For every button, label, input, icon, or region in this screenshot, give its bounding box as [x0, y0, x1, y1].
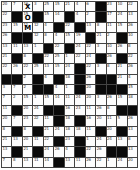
cell-r4c6[interactable]: 4	[54, 33, 64, 43]
cell-r16c13[interactable]: 20	[128, 158, 138, 168]
cell-number: 25	[55, 54, 60, 58]
cell-number: 3	[34, 2, 36, 6]
cell-number: 26	[97, 147, 102, 151]
cell-r14c2[interactable]: 13	[12, 137, 22, 147]
cell-number: 25	[44, 2, 49, 6]
cell-number: 13	[23, 158, 28, 162]
cell-r14c11[interactable]: 24	[107, 137, 117, 147]
cell-r6c8[interactable]: 22	[75, 54, 85, 64]
cell-number: 13	[65, 158, 70, 162]
cell-number: 26	[3, 33, 8, 37]
cell-number: 18	[128, 95, 133, 99]
cell-number: 22	[128, 54, 133, 58]
cell-number: 11	[76, 158, 81, 162]
cell-number: 10	[118, 2, 123, 6]
cell-number: 12	[34, 23, 39, 27]
cell-r5c4[interactable]: 1	[33, 44, 43, 54]
cell-number: 1	[34, 44, 36, 48]
cell-r13c6[interactable]: 24	[54, 127, 64, 137]
cell-r16c12[interactable]: 24	[117, 158, 127, 168]
cell-number: 20	[86, 85, 91, 89]
cell-number: 8	[3, 127, 5, 131]
cell-number: 2	[107, 33, 109, 37]
cell-number: 15	[55, 64, 60, 68]
cell-number: 16	[86, 116, 91, 120]
cell-number: 7	[13, 116, 15, 120]
cell-number: 11	[107, 116, 112, 120]
cell-number: 11	[34, 158, 39, 162]
cell-number: 22	[44, 54, 49, 58]
cell-number: 6	[86, 2, 88, 6]
cell-number: 22	[3, 64, 8, 68]
cell-number: 11	[86, 106, 91, 110]
cell-r12c4[interactable]: 22	[33, 116, 43, 126]
cell-number: 8	[128, 44, 130, 48]
black-cell	[54, 106, 64, 116]
cell-r12c3[interactable]: 23	[23, 116, 33, 126]
cell-number: 7	[13, 2, 15, 6]
given-letter: M	[23, 25, 32, 32]
cell-number: 24	[76, 44, 81, 48]
cell-number: 21	[23, 147, 28, 151]
cell-number: 1	[65, 85, 67, 89]
cell-number: 20	[3, 116, 8, 120]
black-cell	[75, 116, 85, 126]
cell-number: 15	[44, 95, 49, 99]
cell-number: 2	[13, 95, 15, 99]
cell-number: 22	[128, 2, 133, 6]
cell-r4c8[interactable]: 19	[75, 33, 85, 43]
cell-number: 15	[118, 95, 123, 99]
cell-number: 13	[128, 12, 133, 16]
cell-number: 8	[128, 137, 130, 141]
cell-number: 22	[97, 158, 102, 162]
cell-r16c3[interactable]: 13	[23, 158, 33, 168]
cell-r12c5[interactable]: 11	[44, 116, 54, 126]
cell-number: 23	[23, 116, 28, 120]
cell-number: 26	[55, 147, 60, 151]
cell-number: 15	[128, 85, 133, 89]
cell-number: 20	[128, 158, 133, 162]
cell-r1c4[interactable]: 3	[33, 2, 43, 12]
cell-number: 13	[23, 44, 28, 48]
cell-number: 24	[76, 95, 81, 99]
cell-number: 25	[34, 64, 39, 68]
cell-number: 10	[128, 33, 133, 37]
cell-r16c8[interactable]: 11	[75, 158, 85, 168]
cell-r2c6[interactable]: 14	[54, 12, 64, 22]
cell-number: 2	[86, 12, 88, 16]
cell-number: 21	[118, 75, 123, 79]
cell-number: 24	[34, 106, 39, 110]
cell-number: 8	[107, 64, 109, 68]
cell-r4c1[interactable]: 26	[2, 33, 12, 43]
cell-number: 26	[107, 54, 112, 58]
cell-number: 1	[65, 54, 67, 58]
black-cell	[107, 75, 117, 85]
cell-r8c5[interactable]: 4	[44, 75, 54, 85]
black-cell	[23, 33, 33, 43]
black-cell	[75, 137, 85, 147]
cell-r4c11[interactable]: 2	[107, 33, 117, 43]
cell-number: 7	[3, 158, 5, 162]
cell-r12c12[interactable]: 5	[117, 116, 127, 126]
cell-number: 11	[65, 95, 70, 99]
black-cell	[86, 33, 96, 43]
cell-r14c4[interactable]: 11	[33, 137, 43, 147]
cell-number: 22	[23, 64, 28, 68]
cell-number: 14	[55, 12, 60, 16]
cell-r12c9[interactable]: 16	[86, 116, 96, 126]
cell-number: 26	[118, 44, 123, 48]
cell-r4c5[interactable]: 8	[44, 33, 54, 43]
given-letter: X	[23, 4, 32, 11]
cell-number: 7	[13, 85, 15, 89]
codeword-grid: 20716X3251521462310222215O15144217241323…	[1, 1, 138, 168]
cell-number: 26	[13, 64, 18, 68]
cell-number: 24	[65, 64, 70, 68]
cell-number: 22	[44, 137, 49, 141]
cell-number: 22	[76, 54, 81, 58]
cell-r16c11[interactable]: 1	[107, 158, 117, 168]
cell-r5c2[interactable]: 11	[12, 44, 22, 54]
cell-number: 21	[44, 127, 49, 131]
cell-number: 22	[86, 64, 91, 68]
cell-r10c5[interactable]: 15	[44, 95, 54, 105]
cell-r3c3[interactable]: 11M	[23, 23, 33, 33]
cell-number: 20	[107, 127, 112, 131]
cell-number: 8	[97, 23, 99, 27]
cell-number: 20	[23, 106, 28, 110]
cell-number: 8	[107, 106, 109, 110]
cell-number: 13	[13, 137, 18, 141]
cell-number: 14	[44, 158, 49, 162]
black-cell	[12, 33, 22, 43]
black-cell	[117, 33, 127, 43]
cell-r1c7[interactable]: 21	[65, 2, 75, 12]
cell-number: 18	[65, 75, 70, 79]
cell-number: 21	[118, 64, 123, 68]
cell-number: 15	[65, 33, 70, 37]
cell-number: 2	[23, 75, 25, 79]
cell-number: 23	[76, 106, 81, 110]
cell-r3c9[interactable]: 13	[86, 23, 96, 33]
cell-number: 24	[55, 127, 60, 131]
cell-number: 16	[65, 106, 70, 110]
cell-number: 26	[86, 158, 91, 162]
cell-number: 13	[3, 147, 8, 151]
cell-number: 13	[118, 137, 123, 141]
black-cell	[75, 75, 85, 85]
cell-number: 8	[23, 127, 25, 131]
cell-number: 20	[23, 137, 28, 141]
cell-r2c8[interactable]: 4	[75, 12, 85, 22]
cell-number: 20	[86, 95, 91, 99]
cell-r7c11[interactable]: 8	[107, 64, 117, 74]
cell-number: 22	[86, 44, 91, 48]
cell-number: 4	[44, 23, 46, 27]
cell-number: 23	[3, 23, 8, 27]
cell-number: 13	[128, 147, 133, 151]
cell-r16c1[interactable]: 7	[2, 158, 12, 168]
cell-number: 18	[65, 116, 70, 120]
cell-number: 1	[34, 95, 36, 99]
cell-number: 14	[55, 95, 60, 99]
cell-number: 21	[97, 33, 102, 37]
cell-number: 26	[107, 95, 112, 99]
cell-number: 17	[107, 12, 112, 16]
cell-r5c10[interactable]: 3	[96, 44, 106, 54]
cell-number: 24	[97, 137, 102, 141]
cell-number: 22	[65, 23, 70, 27]
cell-number: 13	[44, 64, 49, 68]
cell-number: 8	[44, 33, 46, 37]
cell-r1c2[interactable]: 7	[12, 2, 22, 12]
cell-number: 13	[86, 23, 91, 27]
cell-number: 8	[23, 54, 25, 58]
cell-r14c12[interactable]: 13	[117, 137, 127, 147]
cell-r10c13[interactable]: 18	[128, 95, 138, 105]
black-cell	[54, 158, 64, 168]
cell-number: 7	[3, 95, 5, 99]
cell-r16c7[interactable]: 13	[65, 158, 75, 168]
cell-r4c7[interactable]: 15	[65, 33, 75, 43]
cell-number: 26	[128, 23, 133, 27]
cell-r4c4[interactable]: 12	[33, 33, 43, 43]
cell-number: 3	[97, 64, 99, 68]
cell-number: 20	[3, 2, 8, 6]
cell-number: 18	[76, 127, 81, 131]
cell-number: 13	[128, 127, 133, 131]
cell-number: 26	[128, 116, 133, 120]
cell-number: 2	[23, 85, 25, 89]
cell-number: 15	[23, 95, 28, 99]
cell-r4c10[interactable]: 21	[96, 33, 106, 43]
black-cell	[96, 75, 106, 85]
black-cell	[75, 64, 85, 74]
cell-number: 5	[118, 116, 120, 120]
cell-number: 10	[107, 44, 112, 48]
cell-number: 21	[3, 137, 8, 141]
cell-r7c6[interactable]: 15	[54, 64, 64, 74]
cell-number: 4	[44, 75, 46, 79]
cell-number: 19	[76, 33, 81, 37]
cell-r10c2[interactable]: 2	[12, 95, 22, 105]
cell-r12c13[interactable]: 26	[128, 116, 138, 126]
cell-r11c8[interactable]: 23	[75, 106, 85, 116]
cell-r8c12[interactable]: 21	[117, 75, 127, 85]
cell-number: 3	[3, 85, 5, 89]
cell-number: 1	[107, 158, 109, 162]
cell-r13c8[interactable]: 18	[75, 127, 85, 137]
cell-number: 21	[65, 2, 70, 6]
cell-number: 12	[34, 33, 39, 37]
cell-r16c10[interactable]: 22	[96, 158, 106, 168]
cell-number: 3	[97, 44, 99, 48]
cell-r7c10[interactable]: 3	[96, 64, 106, 74]
cell-number: 24	[118, 158, 123, 162]
cell-number: 23	[65, 137, 70, 141]
cell-number: 4	[55, 85, 57, 89]
cell-r16c4[interactable]: 11	[33, 158, 43, 168]
cell-r12c2[interactable]: 7	[12, 116, 22, 126]
cell-r7c4[interactable]: 25	[33, 64, 43, 74]
cell-number: 11	[13, 44, 18, 48]
cell-number: 24	[107, 137, 112, 141]
cell-number: 26	[97, 106, 102, 110]
cell-r10c6[interactable]: 14	[54, 95, 64, 105]
cell-number: 13	[3, 44, 8, 48]
cell-number: 4	[76, 2, 78, 6]
cell-number: 11	[107, 23, 112, 27]
cell-r16c9[interactable]: 26	[86, 158, 96, 168]
cell-r15c6[interactable]: 26	[54, 147, 64, 157]
cell-r12c10[interactable]: 20	[96, 116, 106, 126]
cell-number: 24	[118, 12, 123, 16]
cell-number: 15	[13, 23, 18, 27]
cell-number: 4	[55, 33, 57, 37]
cell-number: 24	[86, 54, 91, 58]
cell-number: 22	[34, 116, 39, 120]
cell-r3c2[interactable]: 15	[12, 23, 22, 33]
cell-number: 1	[86, 137, 88, 141]
cell-number: 4	[76, 12, 78, 16]
cell-number: 22	[3, 12, 8, 16]
cell-number: 15	[118, 23, 123, 27]
cell-r7c2[interactable]: 26	[12, 64, 22, 74]
cell-number: 8	[13, 158, 15, 162]
cell-number: 23	[107, 2, 112, 6]
cell-r12c7[interactable]: 18	[65, 116, 75, 126]
cell-number: 15	[44, 12, 49, 16]
cell-r7c1[interactable]: 22	[2, 64, 12, 74]
cell-number: 11	[86, 127, 91, 131]
cell-number: 11	[3, 106, 8, 110]
cell-number: 24	[44, 147, 49, 151]
cell-number: 26	[128, 64, 133, 68]
cell-number: 11	[44, 116, 49, 120]
cell-number: 4	[128, 75, 130, 79]
cell-number: 3	[97, 95, 99, 99]
cell-number: 22	[86, 147, 91, 151]
cell-number: 22	[55, 44, 60, 48]
cell-number: 11	[34, 137, 39, 141]
cell-number: 15	[55, 2, 60, 6]
cell-r16c2[interactable]: 8	[12, 158, 22, 168]
cell-r12c11[interactable]: 11	[107, 116, 117, 126]
cell-r3c12[interactable]: 15	[117, 23, 127, 33]
given-letter: O	[23, 15, 32, 22]
cell-number: 18	[65, 127, 70, 131]
cell-r16c5[interactable]: 14	[44, 158, 54, 168]
black-cell	[96, 2, 106, 12]
cell-number: 20	[97, 116, 102, 120]
cell-number: 4	[65, 147, 67, 151]
cell-number: 26	[86, 75, 91, 79]
black-cell	[33, 75, 43, 85]
cell-r5c12[interactable]: 26	[117, 44, 127, 54]
cell-r10c12[interactable]: 15	[117, 95, 127, 105]
cell-r12c1[interactable]: 20	[2, 116, 12, 126]
cell-r4c13[interactable]: 10	[128, 33, 138, 43]
black-cell	[54, 116, 64, 126]
cell-number: 21	[3, 54, 8, 58]
